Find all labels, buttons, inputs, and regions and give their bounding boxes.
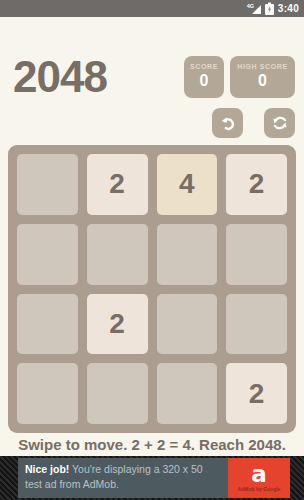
admob-logo-box[interactable]: a AdMob by Google — [228, 458, 290, 498]
score-label: SCORE — [184, 63, 224, 70]
score-value: 0 — [184, 72, 224, 90]
empty-cell-r2c1 — [17, 224, 78, 285]
app-title: 2048 — [13, 52, 107, 102]
restart-button[interactable] — [264, 108, 295, 138]
score-box: SCORE 0 — [184, 56, 224, 98]
undo-button[interactable] — [212, 108, 243, 138]
cell-signal-icon: 4G — [247, 3, 261, 15]
battery-charging-icon — [265, 2, 274, 15]
empty-cell-r3c4 — [226, 294, 287, 355]
admob-caption: AdMob by Google — [238, 486, 281, 492]
board[interactable]: 24222 — [8, 145, 296, 433]
restart-icon — [271, 114, 289, 132]
empty-cell-r3c1 — [17, 294, 78, 355]
ad-banner[interactable]: Nice job! You're displaying a 320 x 50 t… — [0, 456, 304, 500]
admob-a-icon: a — [251, 464, 267, 486]
high-score-value: 0 — [230, 72, 295, 90]
empty-cell-r4c1 — [17, 363, 78, 424]
empty-cell-r2c4 — [226, 224, 287, 285]
tile-2-r3c2: 2 — [87, 294, 148, 355]
tile-2-r1c2: 2 — [87, 154, 148, 215]
tile-2-r4c4: 2 — [226, 363, 287, 424]
tile-4-r1c3: 4 — [157, 154, 218, 215]
empty-cell-r4c3 — [157, 363, 218, 424]
high-score-box: HIGH SCORE 0 — [230, 56, 295, 98]
signal-triangle-icon — [252, 5, 261, 14]
high-score-label: HIGH SCORE — [230, 63, 295, 70]
clock-time: 3:40 — [278, 3, 299, 14]
empty-cell-r4c2 — [87, 363, 148, 424]
ad-bold-text: Nice job! — [25, 463, 69, 475]
empty-cell-r3c3 — [157, 294, 218, 355]
empty-cell-r2c3 — [157, 224, 218, 285]
empty-cell-r1c1 — [17, 154, 78, 215]
undo-icon — [219, 114, 237, 132]
instruction-text: Swipe to move. 2 + 2 = 4. Reach 2048. — [0, 436, 304, 453]
app-screen: 4G 3:40 2048 SCORE 0 HIGH SCORE 0 24222 — [0, 0, 304, 500]
tile-2-r1c4: 2 — [226, 154, 287, 215]
empty-cell-r2c2 — [87, 224, 148, 285]
ad-text-panel[interactable]: Nice job! You're displaying a 320 x 50 t… — [18, 458, 228, 498]
status-bar: 4G 3:40 — [0, 0, 304, 17]
